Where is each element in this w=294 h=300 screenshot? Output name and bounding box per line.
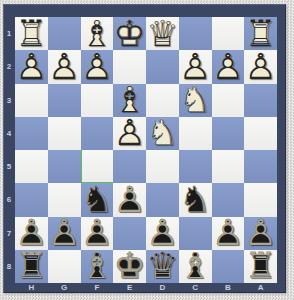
square-a4[interactable] [244, 117, 277, 150]
file-label-f: F [81, 283, 114, 293]
white-bishop: ♝♗ [81, 17, 114, 50]
square-h8[interactable]: ♜♖ [15, 250, 48, 283]
square-h7[interactable]: ♟♙ [15, 217, 48, 250]
black-pawn: ♟♙ [212, 217, 245, 250]
black-knight: ♞♘ [179, 183, 212, 216]
black-knight: ♞♘ [81, 183, 114, 216]
square-f6[interactable]: ♞♘ [81, 183, 114, 216]
rank-label-5: 5 [3, 150, 15, 183]
square-h1[interactable]: ♜♖ [15, 17, 48, 50]
white-pawn: ♟♙ [212, 50, 245, 83]
white-king: ♚♔ [113, 17, 146, 50]
square-b8[interactable] [212, 250, 245, 283]
square-e3[interactable]: ♝♗ [113, 84, 146, 117]
black-king: ♚♔ [113, 250, 146, 283]
square-e5[interactable] [113, 150, 146, 183]
rank-label-7: 7 [3, 217, 15, 250]
black-rook: ♜♖ [15, 250, 48, 283]
black-pawn: ♟♙ [15, 217, 48, 250]
white-knight: ♞♘ [179, 84, 212, 117]
square-d3[interactable] [146, 84, 179, 117]
square-a6[interactable] [244, 183, 277, 216]
rank-label-2: 2 [3, 50, 15, 83]
square-b5[interactable] [212, 150, 245, 183]
square-g2[interactable]: ♟♙ [48, 50, 81, 83]
square-f5[interactable] [81, 150, 114, 183]
square-h4[interactable] [15, 117, 48, 150]
square-g3[interactable] [48, 84, 81, 117]
square-h3[interactable] [15, 84, 48, 117]
black-bishop: ♝♗ [179, 250, 212, 283]
white-knight: ♞♘ [146, 117, 179, 150]
square-d8[interactable]: ♛♕ [146, 250, 179, 283]
white-pawn: ♟♙ [113, 117, 146, 150]
white-rook: ♜♖ [244, 17, 277, 50]
square-c1[interactable] [179, 17, 212, 50]
black-pawn: ♟♙ [81, 217, 114, 250]
rank-label-3: 3 [3, 84, 15, 117]
square-a7[interactable]: ♟♙ [244, 217, 277, 250]
white-rook: ♜♖ [15, 17, 48, 50]
file-labels: HGFEDCBA [15, 283, 277, 293]
black-pawn: ♟♙ [48, 217, 81, 250]
file-label-e: E [113, 283, 146, 293]
file-label-c: C [179, 283, 212, 293]
file-label-a: A [244, 283, 277, 293]
black-queen: ♛♕ [146, 250, 179, 283]
chessboard: ♜♖♝♗♚♔♛♕♜♖♟♙♟♙♟♙♟♙♟♙♟♙♝♗♞♘♟♙♞♘♞♘♟♙♞♘♟♙♟♙… [15, 17, 277, 283]
white-pawn: ♟♙ [15, 50, 48, 83]
diagram-background: 12345678 ♜♖♝♗♚♔♛♕♜♖♟♙♟♙♟♙♟♙♟♙♟♙♝♗♞♘♟♙♞♘♞… [0, 0, 294, 300]
rank-label-8: 8 [3, 250, 15, 283]
square-e6[interactable]: ♟♙ [113, 183, 146, 216]
square-a1[interactable]: ♜♖ [244, 17, 277, 50]
rank-label-1: 1 [3, 17, 15, 50]
square-g7[interactable]: ♟♙ [48, 217, 81, 250]
square-h5[interactable] [15, 150, 48, 183]
white-bishop: ♝♗ [113, 84, 146, 117]
file-label-g: G [48, 283, 81, 293]
square-b1[interactable] [212, 17, 245, 50]
file-label-h: H [15, 283, 48, 293]
square-a2[interactable]: ♟♙ [244, 50, 277, 83]
square-c6[interactable]: ♞♘ [179, 183, 212, 216]
square-g4[interactable] [48, 117, 81, 150]
square-f8[interactable]: ♝♗ [81, 250, 114, 283]
square-g5[interactable] [48, 150, 81, 183]
square-e2[interactable] [113, 50, 146, 83]
white-pawn: ♟♙ [48, 50, 81, 83]
square-a3[interactable] [244, 84, 277, 117]
white-pawn: ♟♙ [81, 50, 114, 83]
square-f1[interactable]: ♝♗ [81, 17, 114, 50]
square-b7[interactable]: ♟♙ [212, 217, 245, 250]
black-pawn: ♟♙ [244, 217, 277, 250]
square-a8[interactable]: ♜♖ [244, 250, 277, 283]
square-e8[interactable]: ♚♔ [113, 250, 146, 283]
black-rook: ♜♖ [244, 250, 277, 283]
square-e7[interactable] [113, 217, 146, 250]
square-b6[interactable] [212, 183, 245, 216]
square-h6[interactable] [15, 183, 48, 216]
square-b4[interactable] [212, 117, 245, 150]
white-pawn: ♟♙ [244, 50, 277, 83]
square-c2[interactable]: ♟♙ [179, 50, 212, 83]
square-c7[interactable] [179, 217, 212, 250]
square-h2[interactable]: ♟♙ [15, 50, 48, 83]
square-b2[interactable]: ♟♙ [212, 50, 245, 83]
square-f4[interactable] [81, 117, 114, 150]
file-label-d: D [146, 283, 179, 293]
square-d7[interactable]: ♟♙ [146, 217, 179, 250]
square-d5[interactable] [146, 150, 179, 183]
rank-label-4: 4 [3, 117, 15, 150]
square-f7[interactable]: ♟♙ [81, 217, 114, 250]
square-g6[interactable] [48, 183, 81, 216]
black-bishop: ♝♗ [81, 250, 114, 283]
square-b3[interactable] [212, 84, 245, 117]
square-f2[interactable]: ♟♙ [81, 50, 114, 83]
black-pawn: ♟♙ [113, 183, 146, 216]
square-c4[interactable] [179, 117, 212, 150]
square-d4[interactable]: ♞♘ [146, 117, 179, 150]
square-c3[interactable]: ♞♘ [179, 84, 212, 117]
square-d2[interactable] [146, 50, 179, 83]
square-e4[interactable]: ♟♙ [113, 117, 146, 150]
square-c8[interactable]: ♝♗ [179, 250, 212, 283]
square-g8[interactable] [48, 250, 81, 283]
file-label-b: B [212, 283, 245, 293]
black-pawn: ♟♙ [146, 217, 179, 250]
rank-label-6: 6 [3, 183, 15, 216]
square-e1[interactable]: ♚♔ [113, 17, 146, 50]
square-d1[interactable]: ♛♕ [146, 17, 179, 50]
square-a5[interactable] [244, 150, 277, 183]
white-pawn: ♟♙ [179, 50, 212, 83]
square-d6[interactable] [146, 183, 179, 216]
square-g1[interactable] [48, 17, 81, 50]
white-queen: ♛♕ [146, 17, 179, 50]
rank-labels: 12345678 [3, 17, 15, 283]
square-c5[interactable] [179, 150, 212, 183]
square-f3[interactable] [81, 84, 114, 117]
